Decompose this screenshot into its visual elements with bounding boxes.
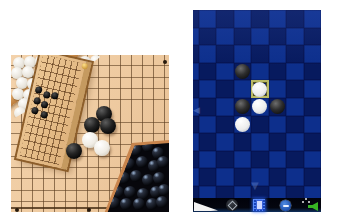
board-cell-c6r1[interactable] xyxy=(269,10,287,28)
board-cell-c5r6[interactable] xyxy=(251,98,269,116)
board-cell-c8r9[interactable] xyxy=(304,151,321,169)
board-cell-c2r5[interactable] xyxy=(199,80,217,98)
board-cell-c3r11[interactable] xyxy=(216,186,234,198)
app-toolbar xyxy=(193,198,321,212)
white-stone xyxy=(252,99,267,114)
app-board[interactable]: ◀ ▼ xyxy=(193,10,321,198)
board-cell-c2r4[interactable] xyxy=(199,63,217,81)
page-curl-back-icon[interactable] xyxy=(194,200,218,211)
speaker-glyph xyxy=(308,202,318,211)
board-cell-c4r5[interactable] xyxy=(234,80,252,98)
board-cell-c6r6[interactable] xyxy=(269,98,287,116)
black-stone-in-tray xyxy=(130,170,142,182)
board-cell-c5r1[interactable] xyxy=(251,10,269,28)
board-cell-c6r2[interactable] xyxy=(269,28,287,46)
white-stone xyxy=(252,82,267,97)
board-cell-c5r3[interactable] xyxy=(251,45,269,63)
board-cell-c4r6[interactable] xyxy=(234,98,252,116)
board-cell-c5r8[interactable] xyxy=(251,133,269,151)
board-cell-c6r9[interactable] xyxy=(269,151,287,169)
board-cell-c3r3[interactable] xyxy=(216,45,234,63)
white-stone xyxy=(94,140,110,156)
board-cell-c8r8[interactable] xyxy=(304,133,321,151)
gomoku-app-screenshot: ◀ ▼ xyxy=(193,10,321,212)
board-cell-c4r2[interactable] xyxy=(234,28,252,46)
black-stone-in-tray xyxy=(133,198,145,210)
board-cell-c8r2[interactable] xyxy=(304,28,321,46)
white-stone xyxy=(235,117,250,132)
black-stone xyxy=(270,99,285,114)
board-cell-c3r1[interactable] xyxy=(216,10,234,28)
board-cell-c3r8[interactable] xyxy=(216,133,234,151)
board-cell-c7r8[interactable] xyxy=(286,133,304,151)
board-cell-c4r4[interactable] xyxy=(234,63,252,81)
board-cell-c8r6[interactable] xyxy=(304,98,321,116)
board-view-inner xyxy=(256,200,263,210)
board-cell-c7r2[interactable] xyxy=(286,28,304,46)
black-stone-in-tray xyxy=(158,184,169,196)
board-cell-c5r5[interactable] xyxy=(251,80,269,98)
volume-speaker-icon[interactable] xyxy=(301,198,320,212)
board-cell-c3r9[interactable] xyxy=(216,151,234,169)
board-cell-c2r7[interactable] xyxy=(199,116,217,134)
board-cell-c2r10[interactable] xyxy=(199,168,217,186)
minus-bar xyxy=(283,205,289,207)
board-cell-c3r2[interactable] xyxy=(216,28,234,46)
black-stone xyxy=(66,143,82,159)
minus-circle-icon[interactable] xyxy=(280,200,291,211)
board-cell-c2r3[interactable] xyxy=(199,45,217,63)
board-cell-c4r11[interactable] xyxy=(234,186,252,198)
status-dot xyxy=(305,198,307,200)
board-cell-c6r8[interactable] xyxy=(269,133,287,151)
black-stone xyxy=(100,118,116,134)
board-cell-c5r4[interactable] xyxy=(251,63,269,81)
black-stone-in-tray xyxy=(153,172,165,184)
diamond-glyph xyxy=(227,200,237,210)
board-cell-c7r7[interactable] xyxy=(286,116,304,134)
board-cell-c2r6[interactable] xyxy=(199,98,217,116)
board-cell-c8r7[interactable] xyxy=(304,116,321,134)
board-cell-c5r9[interactable] xyxy=(251,151,269,169)
board-cell-c2r8[interactable] xyxy=(199,133,217,151)
board-cell-c7r10[interactable] xyxy=(286,168,304,186)
black-stone-in-tray xyxy=(120,198,132,210)
scroll-left-arrow-icon[interactable]: ◀ xyxy=(193,106,200,115)
board-cell-c2r9[interactable] xyxy=(199,151,217,169)
board-cell-c3r10[interactable] xyxy=(216,168,234,186)
board-cell-c5r2[interactable] xyxy=(251,28,269,46)
board-cell-c3r7[interactable] xyxy=(216,116,234,134)
board-cell-c7r1[interactable] xyxy=(286,10,304,28)
board-cell-c2r2[interactable] xyxy=(199,28,217,46)
board-cell-c8r10[interactable] xyxy=(304,168,321,186)
board-cell-c7r4[interactable] xyxy=(286,63,304,81)
go-board-photo xyxy=(11,55,169,212)
board-cell-c7r11[interactable] xyxy=(286,186,304,198)
board-cell-c3r6[interactable] xyxy=(216,98,234,116)
star-point xyxy=(87,208,91,212)
board-cell-c6r5[interactable] xyxy=(269,80,287,98)
board-cell-c4r9[interactable] xyxy=(234,151,252,169)
board-cell-c6r7[interactable] xyxy=(269,116,287,134)
board-cell-c7r6[interactable] xyxy=(286,98,304,116)
star-point xyxy=(15,208,19,212)
board-cell-c3r4[interactable] xyxy=(216,63,234,81)
scroll-down-arrow-icon[interactable]: ▼ xyxy=(251,181,259,191)
board-cell-c6r3[interactable] xyxy=(269,45,287,63)
page: ◀ ▼ xyxy=(0,0,339,223)
board-cell-c6r11[interactable] xyxy=(269,186,287,198)
board-cell-c2r11[interactable] xyxy=(199,186,217,198)
board-cell-c8r11[interactable] xyxy=(304,186,321,198)
black-stone-in-tray xyxy=(157,156,169,168)
board-cell-c8r5[interactable] xyxy=(304,80,321,98)
board-cell-c5r7[interactable] xyxy=(251,116,269,134)
board-cell-c4r8[interactable] xyxy=(234,133,252,151)
board-cell-c4r10[interactable] xyxy=(234,168,252,186)
black-stone-in-tray xyxy=(124,186,136,198)
board-cell-c4r1[interactable] xyxy=(234,10,252,28)
board-cell-c3r5[interactable] xyxy=(216,80,234,98)
board-cell-c8r1[interactable] xyxy=(304,10,321,28)
board-view-icon[interactable] xyxy=(253,199,265,211)
brass-clasp-icon xyxy=(81,63,88,70)
board-cell-c8r4[interactable] xyxy=(304,63,321,81)
black-stone-in-tray xyxy=(136,156,148,168)
board-cell-c7r3[interactable] xyxy=(286,45,304,63)
black-stone xyxy=(84,117,100,133)
board-cell-c8r3[interactable] xyxy=(304,45,321,63)
board-cell-c2r1[interactable] xyxy=(199,10,217,28)
board-cell-c6r10[interactable] xyxy=(269,168,287,186)
status-dot xyxy=(308,201,310,203)
board-cell-c7r9[interactable] xyxy=(286,151,304,169)
board-cell-c7r5[interactable] xyxy=(286,80,304,98)
board-cell-c4r3[interactable] xyxy=(234,45,252,63)
black-stone-in-tray xyxy=(156,196,168,208)
board-cell-c6r4[interactable] xyxy=(269,63,287,81)
star-point xyxy=(163,60,167,64)
board-cell-c4r7[interactable] xyxy=(234,116,252,134)
black-stone xyxy=(235,99,250,114)
black-stone xyxy=(235,64,250,79)
nav-diamond-icon[interactable] xyxy=(226,199,238,211)
status-dot xyxy=(302,201,304,203)
